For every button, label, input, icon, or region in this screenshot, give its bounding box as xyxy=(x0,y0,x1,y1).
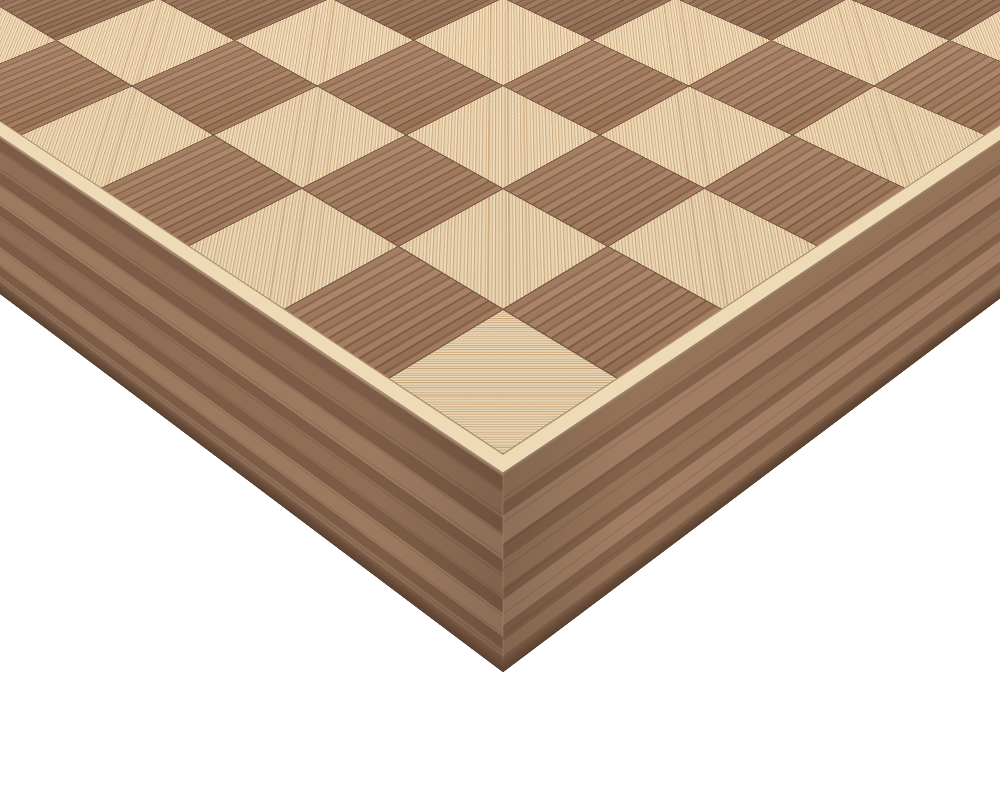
chessboard-product-photo xyxy=(0,0,1000,800)
board-top-face xyxy=(0,0,1000,472)
